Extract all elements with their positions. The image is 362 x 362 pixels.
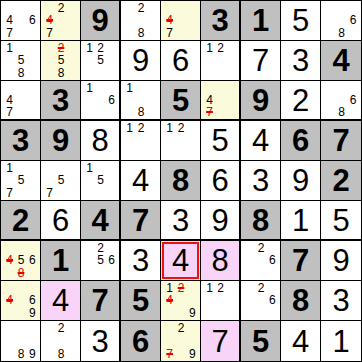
- candidate-grid: 12: [121, 121, 160, 160]
- given-digit: 4: [81, 201, 119, 239]
- solved-digit: 4: [241, 121, 280, 160]
- candidate-grid: 12: [161, 121, 200, 160]
- candidate-grid: 26: [241, 241, 280, 280]
- candidate-grid: 89: [1, 321, 40, 361]
- cell-r7c5[interactable]: 4: [161, 241, 201, 281]
- cell-r5c7[interactable]: 3: [241, 161, 281, 201]
- cell-r3c1[interactable]: 47: [1, 81, 41, 121]
- candidate-6: 6: [27, 294, 38, 306]
- candidate-6: 6: [347, 94, 359, 106]
- candidate-9: 9: [27, 307, 38, 319]
- cell-r3c2[interactable]: 3: [41, 81, 81, 121]
- cell-r9c2[interactable]: 28: [41, 321, 81, 361]
- solved-digit: 7: [241, 41, 280, 80]
- cell-r1c1[interactable]: 467: [1, 1, 41, 41]
- cell-r9c7[interactable]: 5: [241, 321, 281, 361]
- cell-r9c9[interactable]: 1: [321, 321, 361, 361]
- cell-r2c3[interactable]: 125: [81, 41, 121, 81]
- candidate-8: 8: [15, 347, 26, 360]
- given-digit: 5: [121, 281, 160, 320]
- cell-r9c8[interactable]: 4: [281, 321, 321, 361]
- solved-digit: 7: [201, 321, 239, 361]
- solved-digit: 8: [201, 241, 239, 280]
- solved-digit: 6: [201, 161, 239, 200]
- candidate-2: 2: [215, 42, 226, 54]
- cell-r7c7[interactable]: 26: [241, 241, 281, 281]
- cell-r4c2[interactable]: 9: [41, 121, 81, 161]
- candidate-5: 5: [15, 54, 26, 66]
- given-digit: 9: [241, 81, 280, 119]
- candidate-1: 1: [164, 122, 175, 134]
- candidate-grid: 125: [81, 41, 119, 80]
- cell-r4c4[interactable]: 12: [121, 121, 161, 161]
- given-digit: 3: [41, 81, 80, 119]
- candidate-5: 5: [15, 174, 26, 186]
- given-digit: 4: [321, 41, 361, 80]
- cell-r8c7[interactable]: 26: [241, 281, 281, 321]
- cell-r7c6[interactable]: 8: [201, 241, 241, 281]
- candidate-6: 6: [347, 14, 359, 26]
- candidate-grid: 467: [1, 1, 40, 40]
- cell-r6c6[interactable]: 9: [201, 201, 241, 241]
- given-digit: 6: [121, 321, 160, 361]
- cell-r1c9[interactable]: 68: [321, 1, 361, 41]
- cell-r3c4[interactable]: 18: [121, 81, 161, 121]
- sudoku-board: 4672479284731568158258125961273447316185…: [0, 0, 362, 362]
- candidate-1: 1: [204, 282, 215, 294]
- candidate-6: 6: [267, 294, 278, 306]
- solved-digit: 9: [281, 161, 320, 200]
- given-digit: 9: [81, 1, 119, 40]
- candidate-6: 6: [267, 254, 278, 266]
- cell-r9c5[interactable]: 279: [161, 321, 201, 361]
- cell-r8c8[interactable]: 8: [281, 281, 321, 321]
- cell-r3c3[interactable]: 16: [81, 81, 121, 121]
- cell-r6c4[interactable]: 7: [121, 201, 161, 241]
- cell-r1c6[interactable]: 3: [201, 1, 241, 41]
- candidate-9: 9: [187, 307, 198, 319]
- candidate-5: 5: [55, 54, 66, 66]
- cell-r1c4[interactable]: 28: [121, 1, 161, 41]
- cell-r2c8[interactable]: 3: [281, 41, 321, 81]
- cell-r3c6[interactable]: 47: [201, 81, 241, 121]
- given-digit: 7: [121, 201, 160, 239]
- candidate-8: 8: [15, 67, 26, 79]
- cell-r7c1[interactable]: 4568: [1, 241, 41, 281]
- cell-r5c8[interactable]: 9: [281, 161, 321, 201]
- candidate-7: 7: [164, 27, 175, 39]
- candidate-6: 6: [27, 254, 38, 266]
- cell-r6c7[interactable]: 8: [241, 201, 281, 241]
- solved-digit: 3: [281, 41, 320, 80]
- cell-r2c5[interactable]: 6: [161, 41, 201, 81]
- cell-r5c5[interactable]: 8: [161, 161, 201, 201]
- cell-r9c1[interactable]: 89: [1, 321, 41, 361]
- candidate-7: 7: [4, 106, 15, 118]
- cell-r7c2[interactable]: 1: [41, 241, 81, 281]
- solved-digit: 5: [321, 201, 361, 239]
- solved-digit: 4: [41, 281, 80, 320]
- cell-r6c2[interactable]: 6: [41, 201, 81, 241]
- given-digit: 3: [201, 1, 239, 40]
- cell-r6c3[interactable]: 4: [81, 201, 121, 241]
- candidate-8-eliminated: 8: [15, 267, 26, 279]
- candidate-1: 1: [204, 42, 215, 54]
- candidate-8: 8: [135, 27, 146, 39]
- given-digit: 7: [281, 241, 320, 280]
- candidate-4: 4: [4, 14, 15, 26]
- candidate-grid: 157: [1, 161, 40, 200]
- candidate-1: 1: [4, 42, 15, 54]
- cell-r1c8[interactable]: 5: [281, 1, 321, 41]
- candidate-grid: 279: [161, 321, 200, 361]
- given-digit: 1: [241, 1, 280, 40]
- solved-digit: 3: [161, 201, 200, 239]
- candidate-7: 7: [44, 187, 55, 199]
- candidate-1: 1: [4, 162, 15, 174]
- given-digit: 7: [81, 281, 119, 320]
- cell-r8c1[interactable]: 469: [1, 281, 41, 321]
- candidate-grid: 26: [241, 281, 280, 320]
- candidate-9: 9: [27, 347, 38, 360]
- solved-digit: 1: [281, 201, 320, 239]
- candidate-2: 2: [255, 242, 266, 254]
- candidate-2: 2: [175, 322, 186, 335]
- solved-digit: 1: [321, 321, 361, 361]
- solved-digit: 4: [121, 161, 160, 200]
- given-digit: 3: [1, 121, 40, 160]
- candidate-2: 2: [55, 322, 66, 335]
- solved-digit: 5: [201, 121, 239, 160]
- candidate-7: 7: [4, 187, 15, 199]
- cell-r2c2[interactable]: 258: [41, 41, 81, 81]
- cell-r6c1[interactable]: 2: [1, 201, 41, 241]
- given-digit: 5: [161, 81, 200, 119]
- solved-digit: 6: [41, 201, 80, 239]
- cell-r4c5[interactable]: 12: [161, 121, 201, 161]
- candidate-7-eliminated: 7: [164, 347, 175, 360]
- candidate-grid: 18: [121, 81, 160, 119]
- candidate-4-eliminated: 4: [164, 294, 175, 306]
- candidate-grid: 247: [41, 1, 80, 40]
- given-digit: 8: [161, 161, 200, 200]
- cell-r5c4[interactable]: 4: [121, 161, 161, 201]
- candidate-2: 2: [255, 282, 266, 294]
- cell-r2c1[interactable]: 158: [1, 41, 41, 81]
- given-digit: 7: [321, 121, 361, 160]
- given-digit: 8: [241, 201, 280, 239]
- cell-r2c4[interactable]: 9: [121, 41, 161, 81]
- candidate-4-eliminated: 4: [44, 14, 55, 26]
- cell-r4c1[interactable]: 3: [1, 121, 41, 161]
- cell-r7c4[interactable]: 3: [121, 241, 161, 281]
- cell-r1c7[interactable]: 1: [241, 1, 281, 41]
- candidate-1: 1: [124, 82, 135, 94]
- candidate-2: 2: [215, 282, 226, 294]
- cell-r6c8[interactable]: 1: [281, 201, 321, 241]
- cell-r5c6[interactable]: 6: [201, 161, 241, 201]
- cell-r8c9[interactable]: 3: [321, 281, 361, 321]
- candidate-grid: 28: [41, 321, 80, 361]
- candidate-4-eliminated: 4: [4, 254, 15, 266]
- candidate-6: 6: [106, 94, 117, 106]
- cell-r2c6[interactable]: 12: [201, 41, 241, 81]
- cell-r1c3[interactable]: 9: [81, 1, 121, 41]
- candidate-2: 2: [135, 2, 146, 14]
- solved-digit: 9: [121, 41, 160, 80]
- candidate-8: 8: [336, 27, 348, 39]
- candidate-4-eliminated: 4: [4, 294, 15, 306]
- solved-digit: 9: [201, 201, 239, 239]
- candidate-2: 2: [55, 2, 66, 14]
- cell-r1c2[interactable]: 247: [41, 1, 81, 41]
- cell-r6c9[interactable]: 5: [321, 201, 361, 241]
- candidate-grid: 12: [201, 281, 239, 320]
- cell-r7c9[interactable]: 9: [321, 241, 361, 281]
- candidate-2: 2: [95, 42, 106, 54]
- candidate-2: 2: [175, 122, 186, 134]
- candidate-8: 8: [55, 347, 66, 360]
- candidate-5: 5: [95, 54, 106, 66]
- solved-digit: 9: [321, 241, 361, 280]
- candidate-grid: 258: [41, 41, 80, 80]
- cell-r4c3[interactable]: 8: [81, 121, 121, 161]
- cell-r9c6[interactable]: 7: [201, 321, 241, 361]
- cell-r1c5[interactable]: 47: [161, 1, 201, 41]
- candidate-grid: 12: [201, 41, 239, 80]
- candidate-5: 5: [95, 254, 106, 266]
- solved-digit: 4: [161, 241, 200, 280]
- candidate-6: 6: [27, 14, 38, 26]
- candidate-1: 1: [84, 42, 95, 54]
- candidate-grid: 158: [1, 41, 40, 80]
- given-digit: 5: [241, 321, 280, 361]
- candidate-8: 8: [336, 106, 348, 118]
- cell-r7c3[interactable]: 256: [81, 241, 121, 281]
- candidate-grid: 47: [161, 1, 200, 40]
- cell-r9c3[interactable]: 3: [81, 321, 121, 361]
- solved-digit: 6: [161, 41, 200, 80]
- cell-r2c9[interactable]: 4: [321, 41, 361, 81]
- candidate-5: 5: [95, 174, 106, 186]
- cell-r8c3[interactable]: 7: [81, 281, 121, 321]
- candidate-2-eliminated: 2: [175, 282, 186, 294]
- candidate-5: 5: [55, 174, 66, 186]
- candidate-grid: 4568: [1, 241, 40, 280]
- candidate-2: 2: [95, 242, 106, 254]
- cell-r9c4[interactable]: 6: [121, 321, 161, 361]
- candidate-grid: 256: [81, 241, 119, 280]
- cell-r7c8[interactable]: 7: [281, 241, 321, 281]
- cell-r4c7[interactable]: 4: [241, 121, 281, 161]
- cell-r2c7[interactable]: 7: [241, 41, 281, 81]
- cell-r5c9[interactable]: 2: [321, 161, 361, 201]
- candidate-7: 7: [4, 27, 15, 39]
- given-digit: 9: [41, 121, 80, 160]
- candidate-grid: 68: [321, 1, 361, 40]
- candidate-1: 1: [84, 162, 95, 174]
- candidate-grid: 47: [1, 81, 40, 119]
- candidate-2: 2: [135, 122, 146, 134]
- cell-r3c5[interactable]: 5: [161, 81, 201, 121]
- solved-digit: 8: [81, 121, 119, 160]
- solved-digit: 3: [241, 161, 280, 200]
- candidate-grid: 1249: [161, 281, 200, 320]
- given-digit: 2: [321, 161, 361, 200]
- solved-digit: 3: [81, 321, 119, 361]
- cell-r5c3[interactable]: 15: [81, 161, 121, 201]
- candidate-grid: 28: [121, 1, 160, 40]
- candidate-grid: 469: [1, 281, 40, 320]
- candidate-6: 6: [106, 254, 117, 266]
- solved-digit: 2: [281, 81, 320, 119]
- candidate-grid: 47: [201, 81, 239, 119]
- given-digit: 2: [1, 201, 40, 239]
- cell-r3c9[interactable]: 68: [321, 81, 361, 121]
- cell-r4c9[interactable]: 7: [321, 121, 361, 161]
- cell-r8c4[interactable]: 5: [121, 281, 161, 321]
- candidate-grid: 16: [81, 81, 119, 119]
- candidate-8: 8: [135, 106, 146, 118]
- given-digit: 8: [281, 281, 320, 320]
- cell-r4c8[interactable]: 6: [281, 121, 321, 161]
- given-digit: 1: [41, 241, 80, 280]
- given-digit: 6: [281, 121, 320, 160]
- cell-r5c1[interactable]: 157: [1, 161, 41, 201]
- candidate-1: 1: [164, 282, 175, 294]
- cell-r3c7[interactable]: 9: [241, 81, 281, 121]
- solved-digit: 4: [281, 321, 320, 361]
- solved-digit: 3: [121, 241, 160, 280]
- cell-r8c6[interactable]: 12: [201, 281, 241, 321]
- cell-r4c6[interactable]: 5: [201, 121, 241, 161]
- candidate-4-eliminated: 4: [164, 14, 175, 26]
- candidate-7-eliminated: 7: [204, 106, 215, 118]
- cell-r5c2[interactable]: 57: [41, 161, 81, 201]
- candidate-9: 9: [187, 347, 198, 360]
- cell-r8c5[interactable]: 1249: [161, 281, 201, 321]
- cell-r3c8[interactable]: 2: [281, 81, 321, 121]
- candidate-7: 7: [44, 27, 55, 39]
- candidate-grid: 15: [81, 161, 119, 200]
- cell-r8c2[interactable]: 4: [41, 281, 81, 321]
- candidate-5: 5: [15, 254, 26, 266]
- solved-digit: 5: [281, 1, 320, 40]
- candidate-grid: 57: [41, 161, 80, 200]
- cell-r6c5[interactable]: 3: [161, 201, 201, 241]
- candidate-1: 1: [124, 122, 135, 134]
- candidate-grid: 68: [321, 81, 361, 119]
- candidate-8: 8: [55, 67, 66, 79]
- solved-digit: 3: [321, 281, 361, 320]
- candidate-2-eliminated: 2: [55, 42, 66, 54]
- candidate-1: 1: [84, 82, 95, 94]
